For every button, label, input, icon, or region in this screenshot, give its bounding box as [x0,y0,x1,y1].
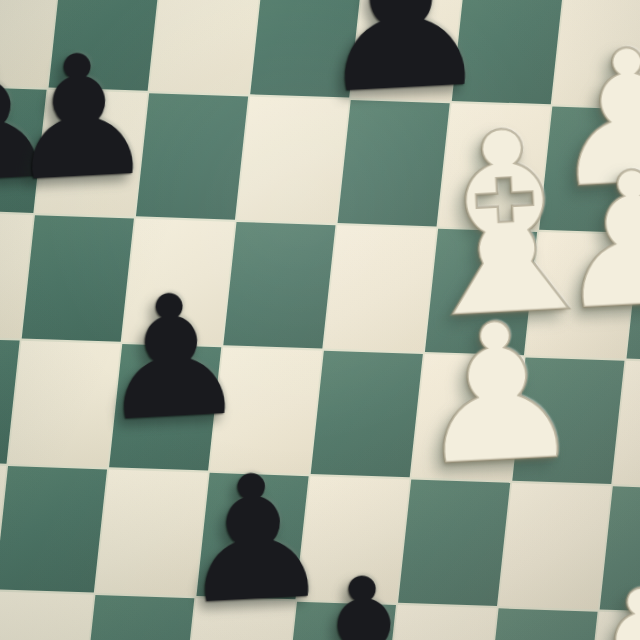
black-pawn[interactable]: ♟ [0,30,159,206]
chessboard-photo: ♟♟♟♟♟♟♝♟♟♟♟ [0,0,640,640]
black-pawn[interactable]: ♟ [284,552,445,640]
white-pawn[interactable]: ♟ [408,295,588,494]
white-pawn[interactable]: ♟ [559,563,640,640]
square-c2r5[interactable] [82,595,194,640]
square-c2r0[interactable] [149,0,261,94]
square-c1r4[interactable] [0,466,107,593]
square-c1r5[interactable] [0,592,94,640]
black-pawn[interactable]: ♟ [92,270,251,446]
